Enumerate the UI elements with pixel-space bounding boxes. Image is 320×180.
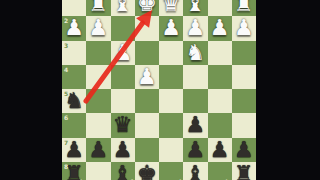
square-g5[interactable] xyxy=(86,89,110,113)
white-king[interactable]: ♚ xyxy=(137,0,157,16)
square-h8[interactable]: 8h♜ xyxy=(62,162,86,180)
white-pawn[interactable]: ♟ xyxy=(64,16,84,40)
white-bishop[interactable]: ♝ xyxy=(113,0,133,16)
square-d8[interactable]: d xyxy=(159,162,183,180)
square-f3[interactable]: ♟ xyxy=(111,41,135,65)
square-c8[interactable]: c♝ xyxy=(183,162,207,180)
square-h5[interactable]: 5♞ xyxy=(62,89,86,113)
black-queen[interactable]: ♛ xyxy=(113,113,133,137)
black-pawn[interactable]: ♟ xyxy=(64,138,84,162)
square-f2[interactable] xyxy=(111,16,135,40)
square-d5[interactable] xyxy=(159,89,183,113)
square-h1[interactable]: 1 xyxy=(62,0,86,16)
square-f5[interactable] xyxy=(111,89,135,113)
file-label-d: d xyxy=(177,178,181,180)
black-pawn[interactable]: ♟ xyxy=(186,138,206,162)
square-e2[interactable] xyxy=(135,16,159,40)
square-g6[interactable] xyxy=(86,113,110,137)
square-d1[interactable]: ♛ xyxy=(159,0,183,16)
white-pawn[interactable]: ♟ xyxy=(234,16,254,40)
square-d6[interactable] xyxy=(159,113,183,137)
square-h3[interactable]: 3 xyxy=(62,41,86,65)
white-knight[interactable]: ♞ xyxy=(186,41,206,65)
white-pawn[interactable]: ♟ xyxy=(113,41,133,65)
square-a7[interactable]: ♟ xyxy=(232,138,256,162)
white-rook[interactable]: ♜ xyxy=(89,0,109,16)
square-e8[interactable]: e♚ xyxy=(135,162,159,180)
square-g2[interactable]: ♟ xyxy=(86,16,110,40)
rank-label-4: 4 xyxy=(64,66,68,73)
black-bishop[interactable]: ♝ xyxy=(186,162,206,180)
square-h7[interactable]: 7♟ xyxy=(62,138,86,162)
white-pawn[interactable]: ♟ xyxy=(89,16,109,40)
rank-label-3: 3 xyxy=(64,42,68,49)
white-pawn[interactable]: ♟ xyxy=(161,16,181,40)
square-e4[interactable]: ♟ xyxy=(135,65,159,89)
square-c5[interactable] xyxy=(183,89,207,113)
square-e5[interactable] xyxy=(135,89,159,113)
black-pawn[interactable]: ♟ xyxy=(186,113,206,137)
square-f8[interactable]: f♝ xyxy=(111,162,135,180)
black-pawn[interactable]: ♟ xyxy=(234,138,254,162)
black-rook[interactable]: ♜ xyxy=(64,162,84,180)
square-h4[interactable]: 4 xyxy=(62,65,86,89)
square-g7[interactable]: ♟ xyxy=(86,138,110,162)
square-e1[interactable]: ♚ xyxy=(135,0,159,16)
square-a6[interactable] xyxy=(232,113,256,137)
black-knight[interactable]: ♞ xyxy=(64,89,84,113)
white-queen[interactable]: ♛ xyxy=(161,0,181,16)
square-b3[interactable] xyxy=(208,41,232,65)
square-c2[interactable]: ♟ xyxy=(183,16,207,40)
square-b4[interactable] xyxy=(208,65,232,89)
square-f1[interactable]: ♝ xyxy=(111,0,135,16)
square-b6[interactable] xyxy=(208,113,232,137)
rank-label-6: 6 xyxy=(64,114,68,121)
square-b8[interactable]: b xyxy=(208,162,232,180)
square-e3[interactable] xyxy=(135,41,159,65)
black-bishop[interactable]: ♝ xyxy=(113,162,133,180)
black-pawn[interactable]: ♟ xyxy=(113,138,133,162)
square-e7[interactable] xyxy=(135,138,159,162)
square-h2[interactable]: 2♟ xyxy=(62,16,86,40)
file-label-g: g xyxy=(104,178,108,180)
square-g4[interactable] xyxy=(86,65,110,89)
square-g8[interactable]: g xyxy=(86,162,110,180)
square-c3[interactable]: ♞ xyxy=(183,41,207,65)
white-pawn[interactable]: ♟ xyxy=(186,16,206,40)
square-b5[interactable] xyxy=(208,89,232,113)
video-frame: 1♜♝♚♛♝♜2♟♟♟♟♟♟3♟♞4♟5♞6♛♟7♟♟♟♟♟♟8h♜gf♝e♚d… xyxy=(0,0,320,180)
square-d7[interactable] xyxy=(159,138,183,162)
square-h6[interactable]: 6 xyxy=(62,113,86,137)
white-pawn[interactable]: ♟ xyxy=(210,16,230,40)
square-a1[interactable]: ♜ xyxy=(232,0,256,16)
white-rook[interactable]: ♜ xyxy=(234,0,254,16)
square-d2[interactable]: ♟ xyxy=(159,16,183,40)
square-f4[interactable] xyxy=(111,65,135,89)
square-b1[interactable] xyxy=(208,0,232,16)
white-bishop[interactable]: ♝ xyxy=(186,0,206,16)
square-a8[interactable]: a♜ xyxy=(232,162,256,180)
square-a5[interactable] xyxy=(232,89,256,113)
chess-board[interactable]: 1♜♝♚♛♝♜2♟♟♟♟♟♟3♟♞4♟5♞6♛♟7♟♟♟♟♟♟8h♜gf♝e♚d… xyxy=(62,0,256,180)
black-rook[interactable]: ♜ xyxy=(234,162,254,180)
white-pawn[interactable]: ♟ xyxy=(137,65,157,89)
right-black-bar xyxy=(256,0,320,180)
file-label-b: b xyxy=(225,178,229,180)
square-f6[interactable]: ♛ xyxy=(111,113,135,137)
black-pawn[interactable]: ♟ xyxy=(89,138,109,162)
square-c7[interactable]: ♟ xyxy=(183,138,207,162)
square-d4[interactable] xyxy=(159,65,183,89)
square-c6[interactable]: ♟ xyxy=(183,113,207,137)
square-a2[interactable]: ♟ xyxy=(232,16,256,40)
square-b7[interactable]: ♟ xyxy=(208,138,232,162)
black-pawn[interactable]: ♟ xyxy=(210,138,230,162)
square-c4[interactable] xyxy=(183,65,207,89)
square-d3[interactable] xyxy=(159,41,183,65)
square-b2[interactable]: ♟ xyxy=(208,16,232,40)
left-black-bar xyxy=(0,0,62,180)
square-g1[interactable]: ♜ xyxy=(86,0,110,16)
square-f7[interactable]: ♟ xyxy=(111,138,135,162)
square-e6[interactable] xyxy=(135,113,159,137)
square-c1[interactable]: ♝ xyxy=(183,0,207,16)
square-g3[interactable] xyxy=(86,41,110,65)
black-king[interactable]: ♚ xyxy=(137,162,157,180)
square-a4[interactable] xyxy=(232,65,256,89)
square-a3[interactable] xyxy=(232,41,256,65)
